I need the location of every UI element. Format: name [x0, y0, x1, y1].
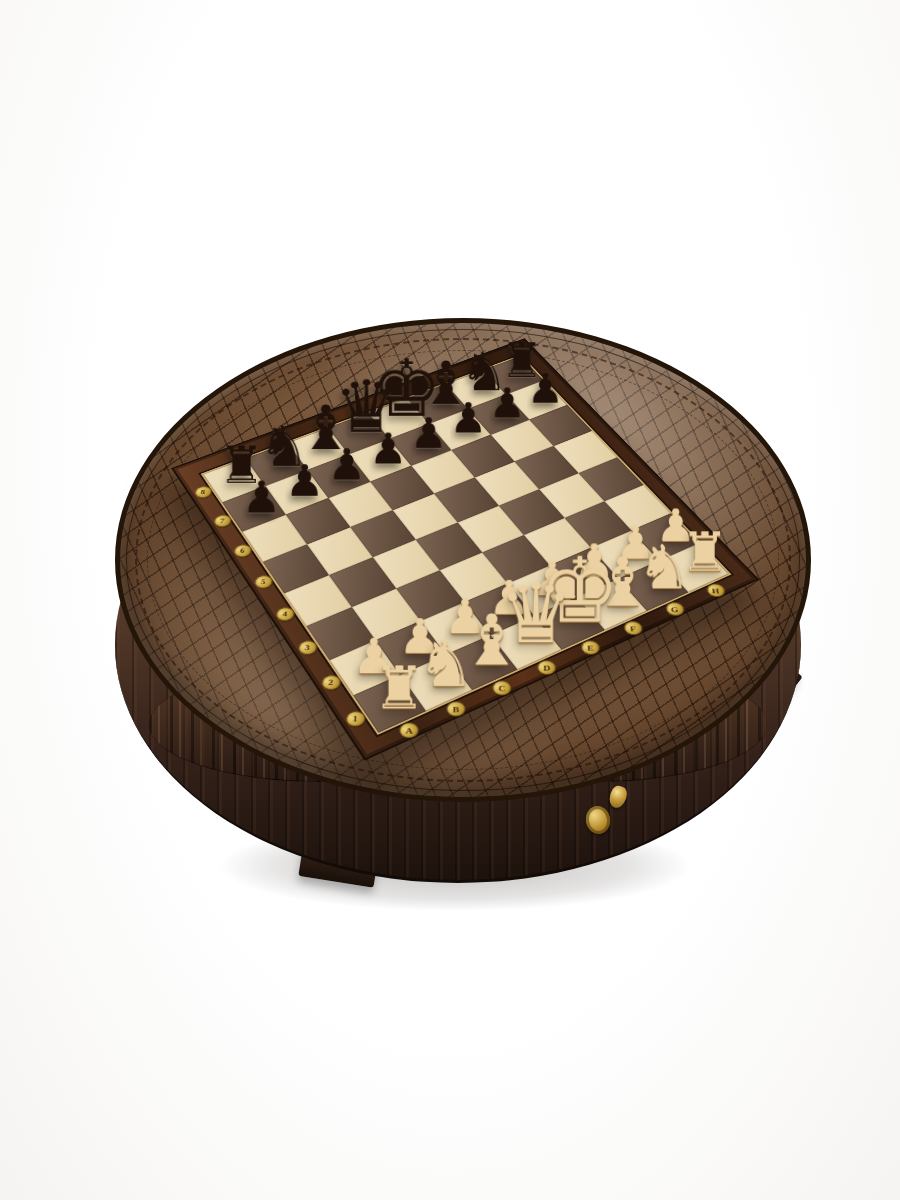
file-label-b-text: B — [452, 705, 459, 714]
rank-label-6-text: 6 — [239, 547, 245, 554]
black-pawn[interactable]: ♟ — [410, 412, 448, 454]
black-pawn[interactable]: ♟ — [242, 476, 281, 520]
file-label-c: C — [489, 678, 515, 698]
black-pawn[interactable]: ♟ — [369, 428, 407, 471]
board-frame: ♜♞♝♛♚♝♞♜♟♟♟♟♟♟♟♟♟♟♟♟♟♟♟♟♜♞♝♛♚♝♞♜ 1234567… — [171, 338, 759, 760]
rank-label-2-text: 2 — [328, 678, 334, 687]
black-pawn[interactable]: ♟ — [285, 459, 324, 502]
file-label-d-text: D — [543, 664, 551, 672]
file-label-f: F — [620, 619, 645, 638]
black-pawn[interactable]: ♟ — [489, 383, 526, 424]
chess-board: ♜♞♝♛♚♝♞♜♟♟♟♟♟♟♟♟♟♟♟♟♟♟♟♟♜♞♝♛♚♝♞♜ — [203, 356, 728, 732]
rank-label-5-text: 5 — [260, 578, 266, 586]
rank-label-1-text: 1 — [352, 714, 358, 723]
product-photo: ♜♞♝♛♚♝♞♜♟♟♟♟♟♟♟♟♟♟♟♟♟♟♟♟♜♞♝♛♚♝♞♜ 1234567… — [0, 0, 900, 1200]
rank-label-4-text: 4 — [282, 610, 288, 618]
file-label-h-text: H — [711, 587, 720, 595]
black-pawn[interactable]: ♟ — [450, 397, 487, 439]
file-label-g: G — [662, 600, 687, 618]
rank-label-3-text: 3 — [304, 643, 310, 651]
file-label-h: H — [703, 582, 728, 600]
file-label-a: A — [396, 720, 422, 741]
board-scene: ♜♞♝♛♚♝♞♜♟♟♟♟♟♟♟♟♟♟♟♟♟♟♟♟♜♞♝♛♚♝♞♜ 1234567… — [95, 162, 815, 882]
white-rook[interactable]: ♜ — [373, 659, 425, 717]
file-label-e: E — [577, 638, 602, 657]
file-label-c-text: C — [498, 684, 505, 693]
file-label-d: D — [534, 658, 560, 678]
file-label-e-text: E — [587, 644, 594, 652]
square-a7[interactable]: ♟ — [222, 486, 285, 532]
black-pawn[interactable]: ♟ — [328, 443, 367, 486]
file-label-a-text: A — [405, 726, 413, 735]
file-label-f-text: F — [630, 624, 637, 632]
black-pawn[interactable]: ♟ — [527, 368, 564, 409]
file-label-b: B — [443, 699, 469, 719]
file-label-g-text: G — [671, 605, 679, 613]
board-tilt-plane: ♜♞♝♛♚♝♞♜♟♟♟♟♟♟♟♟♟♟♟♟♟♟♟♟♜♞♝♛♚♝♞♜ 1234567… — [171, 338, 759, 760]
rank-label-7-text: 7 — [219, 517, 225, 524]
rank-label-8-text: 8 — [200, 489, 206, 496]
